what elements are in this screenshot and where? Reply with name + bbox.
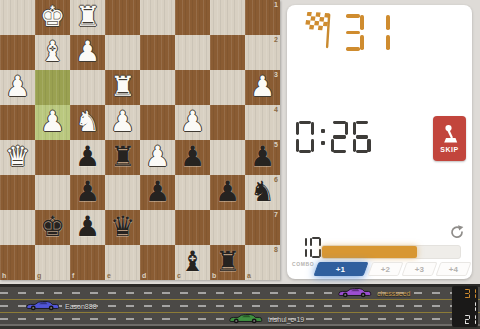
- race-car-icon: [336, 284, 373, 302]
- piece-white-pawn[interactable]: ♟: [70, 35, 105, 70]
- square-d7[interactable]: [140, 210, 175, 245]
- bonus-button-row: +1+2+3+4: [316, 262, 469, 276]
- player-name: Eason888: [65, 303, 97, 310]
- piece-black-pawn[interactable]: ♟: [70, 140, 105, 175]
- file-label: g: [37, 272, 41, 279]
- square-b1[interactable]: [210, 0, 245, 35]
- piece-white-pawn[interactable]: ♟: [140, 140, 175, 175]
- countdown-timer: [296, 121, 371, 153]
- square-c3[interactable]: [175, 70, 210, 105]
- race-car-icon: [227, 310, 264, 328]
- rank-label: 1: [274, 1, 278, 8]
- checkered-flag-icon: [304, 12, 340, 54]
- square-g3[interactable]: [35, 70, 70, 105]
- square-e6[interactable]: [105, 175, 140, 210]
- square-g7[interactable]: ♚: [35, 210, 70, 245]
- bonus-plus3-button[interactable]: +3: [401, 262, 437, 276]
- square-e4[interactable]: ♟: [105, 105, 140, 140]
- square-b5[interactable]: [210, 140, 245, 175]
- rank-label: 4: [274, 106, 278, 113]
- square-h6[interactable]: [0, 175, 35, 210]
- square-g1[interactable]: ♚: [35, 0, 70, 35]
- square-d5[interactable]: ♟: [140, 140, 175, 175]
- race-car-row: trishul_c-19: [227, 313, 304, 325]
- square-a6[interactable]: ♞6: [245, 175, 280, 210]
- square-c5[interactable]: ♟: [175, 140, 210, 175]
- square-h5[interactable]: ♛: [0, 140, 35, 175]
- square-f8[interactable]: f: [70, 245, 105, 280]
- gear-shift-icon: [440, 124, 460, 144]
- bonus-label: +3: [415, 265, 424, 274]
- piece-black-queen[interactable]: ♛: [105, 210, 140, 245]
- square-a1[interactable]: 1: [245, 0, 280, 35]
- square-f1[interactable]: ♜: [70, 0, 105, 35]
- skip-button[interactable]: SKIP: [433, 116, 466, 161]
- square-a5[interactable]: ♟5: [245, 140, 280, 175]
- piece-white-bishop[interactable]: ♝: [35, 35, 70, 70]
- race-scoreboard: [452, 286, 478, 327]
- player-name: chessseed: [377, 290, 410, 297]
- player-score: [465, 315, 476, 324]
- race-car-row: chessseed: [336, 287, 410, 299]
- square-c4[interactable]: ♟: [175, 105, 210, 140]
- bonus-label: +2: [381, 265, 390, 274]
- square-g4[interactable]: ♟: [35, 105, 70, 140]
- square-d6[interactable]: ♟: [140, 175, 175, 210]
- square-e2[interactable]: [105, 35, 140, 70]
- square-b8[interactable]: ♜b: [210, 245, 245, 280]
- square-a8[interactable]: 8a: [245, 245, 280, 280]
- race-car-row: Eason888: [24, 300, 97, 312]
- bonus-plus4-button[interactable]: +4: [435, 262, 471, 276]
- piece-black-pawn[interactable]: ♟: [140, 175, 175, 210]
- square-g5[interactable]: [35, 140, 70, 175]
- square-h4[interactable]: [0, 105, 35, 140]
- square-e3[interactable]: ♜: [105, 70, 140, 105]
- rank-label: 8: [274, 246, 278, 253]
- square-d4[interactable]: [140, 105, 175, 140]
- skip-label: SKIP: [440, 146, 458, 153]
- bonus-label: +4: [449, 265, 458, 274]
- piece-black-pawn[interactable]: ♟: [210, 175, 245, 210]
- piece-white-queen[interactable]: ♛: [0, 140, 35, 175]
- piece-white-pawn[interactable]: ♟: [0, 70, 35, 105]
- combo-counter: [295, 237, 321, 258]
- piece-white-pawn[interactable]: ♟: [35, 105, 70, 140]
- bonus-plus1-button[interactable]: +1: [313, 262, 368, 276]
- refresh-icon[interactable]: [450, 225, 464, 239]
- player-score: [471, 302, 476, 311]
- square-b2[interactable]: [210, 35, 245, 70]
- square-f5[interactable]: ♟: [70, 140, 105, 175]
- file-label: a: [247, 272, 251, 279]
- square-a7[interactable]: 7: [245, 210, 280, 245]
- square-c1[interactable]: [175, 0, 210, 35]
- square-b6[interactable]: ♟: [210, 175, 245, 210]
- file-label: d: [142, 272, 146, 279]
- square-f6[interactable]: ♟: [70, 175, 105, 210]
- puzzle-score: [343, 14, 390, 51]
- square-c6[interactable]: [175, 175, 210, 210]
- square-e7[interactable]: ♛: [105, 210, 140, 245]
- race-track: chessseedEason888trishul_c-19: [0, 284, 480, 329]
- rank-label: 6: [274, 176, 278, 183]
- square-d8[interactable]: d: [140, 245, 175, 280]
- square-c2[interactable]: [175, 35, 210, 70]
- bonus-plus2-button[interactable]: +2: [367, 262, 403, 276]
- square-f2[interactable]: ♟: [70, 35, 105, 70]
- square-a2[interactable]: 2: [245, 35, 280, 70]
- square-f3[interactable]: [70, 70, 105, 105]
- square-h2[interactable]: [0, 35, 35, 70]
- file-label: b: [212, 272, 216, 279]
- square-h3[interactable]: ♟: [0, 70, 35, 105]
- file-label: f: [72, 272, 74, 279]
- square-h8[interactable]: h: [0, 245, 35, 280]
- square-f7[interactable]: ♟: [70, 210, 105, 245]
- piece-white-pawn[interactable]: ♟: [105, 105, 140, 140]
- square-c7[interactable]: [175, 210, 210, 245]
- piece-white-king[interactable]: ♚: [35, 0, 70, 35]
- file-label: e: [107, 272, 111, 279]
- square-d1[interactable]: [140, 0, 175, 35]
- square-h7[interactable]: [0, 210, 35, 245]
- square-b3[interactable]: [210, 70, 245, 105]
- square-b7[interactable]: [210, 210, 245, 245]
- combo-label: COMBO: [292, 261, 314, 267]
- square-e5[interactable]: ♜: [105, 140, 140, 175]
- piece-black-rook[interactable]: ♜: [105, 140, 140, 175]
- square-d2[interactable]: [140, 35, 175, 70]
- rank-label: 2: [274, 36, 278, 43]
- chess-board[interactable]: ♚♜1♝♟2♟♜♟3♟♞♟♟4♛♟♜♟♟♟5♟♟♟♞6♚♟♛7hgfed♝c♜b…: [0, 0, 280, 280]
- piece-black-king[interactable]: ♚: [35, 210, 70, 245]
- bonus-label: +1: [336, 265, 345, 274]
- square-e8[interactable]: e: [105, 245, 140, 280]
- rank-label: 5: [274, 141, 278, 148]
- square-g8[interactable]: g: [35, 245, 70, 280]
- piece-white-knight[interactable]: ♞: [70, 105, 105, 140]
- combo-progress-fill: [322, 246, 417, 258]
- piece-white-rook[interactable]: ♜: [70, 0, 105, 35]
- square-f4[interactable]: ♞: [70, 105, 105, 140]
- square-d3[interactable]: [140, 70, 175, 105]
- piece-black-pawn[interactable]: ♟: [70, 210, 105, 245]
- square-a4[interactable]: 4: [245, 105, 280, 140]
- rank-label: 7: [274, 211, 278, 218]
- player-score: [465, 289, 476, 298]
- square-c8[interactable]: ♝c: [175, 245, 210, 280]
- piece-black-pawn[interactable]: ♟: [175, 140, 210, 175]
- square-e1[interactable]: [105, 0, 140, 35]
- player-name: trishul_c-19: [268, 316, 304, 323]
- square-g6[interactable]: [35, 175, 70, 210]
- piece-white-pawn[interactable]: ♟: [175, 105, 210, 140]
- puzzle-panel: SKIP COMBO +1+2+3+4: [287, 5, 472, 279]
- square-b4[interactable]: [210, 105, 245, 140]
- combo-progress-bar: [321, 245, 461, 259]
- race-car-icon: [24, 297, 61, 315]
- piece-black-pawn[interactable]: ♟: [70, 175, 105, 210]
- rank-label: 3: [274, 71, 278, 78]
- square-h1[interactable]: [0, 0, 35, 35]
- file-label: c: [177, 272, 181, 279]
- piece-white-rook[interactable]: ♜: [105, 70, 140, 105]
- square-a3[interactable]: ♟3: [245, 70, 280, 105]
- square-g2[interactable]: ♝: [35, 35, 70, 70]
- file-label: h: [2, 272, 6, 279]
